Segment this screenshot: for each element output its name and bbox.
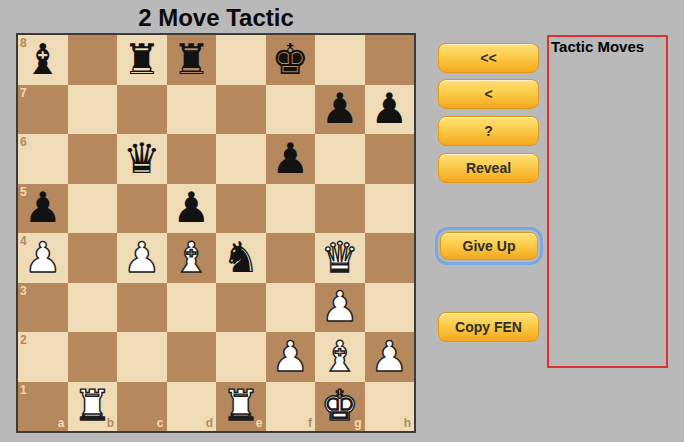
square-b8[interactable]	[68, 35, 118, 85]
piece-black-bishop[interactable]: ♝	[24, 39, 62, 81]
square-b2[interactable]	[68, 332, 118, 382]
copy-fen-button[interactable]: Copy FEN	[438, 312, 539, 342]
square-f1[interactable]: f	[266, 382, 316, 432]
square-g7[interactable]: ♟	[315, 85, 365, 135]
square-d5[interactable]: ♟	[167, 184, 217, 234]
rank-label: 5	[20, 186, 27, 198]
square-d3[interactable]	[167, 283, 217, 333]
square-a1[interactable]: 1a	[18, 382, 68, 432]
file-label: e	[256, 417, 263, 429]
square-e3[interactable]	[216, 283, 266, 333]
square-d2[interactable]	[167, 332, 217, 382]
piece-black-king[interactable]: ♚	[271, 39, 309, 81]
square-g1[interactable]: g♚	[315, 382, 365, 432]
rank-label: 4	[20, 235, 27, 247]
square-a6[interactable]: 6	[18, 134, 68, 184]
piece-black-rook[interactable]: ♜	[172, 39, 210, 81]
square-c8[interactable]: ♜	[117, 35, 167, 85]
rank-label: 1	[20, 384, 27, 396]
piece-black-queen[interactable]: ♛	[123, 138, 161, 180]
square-h7[interactable]: ♟	[365, 85, 415, 135]
piece-white-queen[interactable]: ♛	[321, 237, 359, 279]
piece-black-pawn[interactable]: ♟	[172, 187, 210, 229]
square-a7[interactable]: 7	[18, 85, 68, 135]
back-button[interactable]: <	[438, 79, 539, 109]
square-b7[interactable]	[68, 85, 118, 135]
square-c3[interactable]	[117, 283, 167, 333]
piece-white-pawn[interactable]: ♟	[370, 336, 408, 378]
square-c6[interactable]: ♛	[117, 134, 167, 184]
square-c1[interactable]: c	[117, 382, 167, 432]
square-f2[interactable]: ♟	[266, 332, 316, 382]
square-d8[interactable]: ♜	[167, 35, 217, 85]
piece-white-pawn[interactable]: ♟	[321, 286, 359, 328]
file-label: d	[206, 417, 213, 429]
square-d6[interactable]	[167, 134, 217, 184]
piece-black-rook[interactable]: ♜	[123, 39, 161, 81]
square-c7[interactable]	[117, 85, 167, 135]
square-c2[interactable]	[117, 332, 167, 382]
square-b4[interactable]	[68, 233, 118, 283]
square-e8[interactable]	[216, 35, 266, 85]
piece-black-pawn[interactable]: ♟	[24, 187, 62, 229]
piece-white-rook[interactable]: ♜	[222, 385, 260, 427]
piece-black-pawn[interactable]: ♟	[370, 88, 408, 130]
piece-white-pawn[interactable]: ♟	[271, 336, 309, 378]
file-label: f	[308, 417, 312, 429]
square-a4[interactable]: 4♟	[18, 233, 68, 283]
rank-label: 3	[20, 285, 27, 297]
hint-button[interactable]: ?	[438, 116, 539, 146]
square-g5[interactable]	[315, 184, 365, 234]
square-b1[interactable]: b♜	[68, 382, 118, 432]
piece-white-rook[interactable]: ♜	[73, 385, 111, 427]
chess-board: 8♝♜♜♚7♟♟6♛♟5♟♟4♟♟♝♞♛3♟2♟♝♟1ab♜cde♜fg♚h	[16, 33, 416, 433]
file-label: h	[404, 417, 411, 429]
tactic-moves-title: Tactic Moves	[551, 38, 644, 55]
file-label: g	[354, 417, 361, 429]
square-a8[interactable]: 8♝	[18, 35, 68, 85]
piece-black-pawn[interactable]: ♟	[271, 138, 309, 180]
piece-white-king[interactable]: ♚	[321, 385, 359, 427]
rank-label: 6	[20, 136, 27, 148]
file-label: c	[157, 417, 164, 429]
rank-label: 2	[20, 334, 27, 346]
square-c5[interactable]	[117, 184, 167, 234]
square-b5[interactable]	[68, 184, 118, 234]
square-f3[interactable]	[266, 283, 316, 333]
square-e7[interactable]	[216, 85, 266, 135]
square-f7[interactable]	[266, 85, 316, 135]
square-h4[interactable]	[365, 233, 415, 283]
piece-white-pawn[interactable]: ♟	[123, 237, 161, 279]
reveal-button[interactable]: Reveal	[438, 153, 539, 183]
square-b6[interactable]	[68, 134, 118, 184]
square-e6[interactable]	[216, 134, 266, 184]
square-f8[interactable]: ♚	[266, 35, 316, 85]
file-label: b	[107, 417, 114, 429]
square-e5[interactable]	[216, 184, 266, 234]
square-d4[interactable]: ♝	[167, 233, 217, 283]
piece-white-bishop[interactable]: ♝	[172, 237, 210, 279]
piece-white-pawn[interactable]: ♟	[24, 237, 62, 279]
square-h6[interactable]	[365, 134, 415, 184]
square-g8[interactable]	[315, 35, 365, 85]
square-g2[interactable]: ♝	[315, 332, 365, 382]
square-g4[interactable]: ♛	[315, 233, 365, 283]
tactic-moves-panel: Tactic Moves	[547, 35, 668, 368]
square-g6[interactable]	[315, 134, 365, 184]
square-h5[interactable]	[365, 184, 415, 234]
square-h1[interactable]: h	[365, 382, 415, 432]
square-b3[interactable]	[68, 283, 118, 333]
file-label: a	[58, 417, 65, 429]
square-h2[interactable]: ♟	[365, 332, 415, 382]
square-h8[interactable]	[365, 35, 415, 85]
square-d7[interactable]	[167, 85, 217, 135]
square-a5[interactable]: 5♟	[18, 184, 68, 234]
back-all-button[interactable]: <<	[438, 43, 539, 73]
rank-label: 7	[20, 87, 27, 99]
piece-white-bishop[interactable]: ♝	[321, 336, 359, 378]
square-a3[interactable]: 3	[18, 283, 68, 333]
piece-black-pawn[interactable]: ♟	[321, 88, 359, 130]
rank-label: 8	[20, 37, 27, 49]
square-g3[interactable]: ♟	[315, 283, 365, 333]
square-e4[interactable]: ♞	[216, 233, 266, 283]
square-c4[interactable]: ♟	[117, 233, 167, 283]
piece-black-knight[interactable]: ♞	[222, 237, 260, 279]
square-e2[interactable]	[216, 332, 266, 382]
square-a2[interactable]: 2	[18, 332, 68, 382]
square-f4[interactable]	[266, 233, 316, 283]
app-window: 2 Move Tactic 8♝♜♜♚7♟♟6♛♟5♟♟4♟♟♝♞♛3♟2♟♝♟…	[0, 0, 684, 442]
page-title: 2 Move Tactic	[0, 4, 432, 32]
square-e1[interactable]: e♜	[216, 382, 266, 432]
square-f6[interactable]: ♟	[266, 134, 316, 184]
square-d1[interactable]: d	[167, 382, 217, 432]
square-h3[interactable]	[365, 283, 415, 333]
give-up-button[interactable]: Give Up	[440, 232, 538, 260]
square-f5[interactable]	[266, 184, 316, 234]
